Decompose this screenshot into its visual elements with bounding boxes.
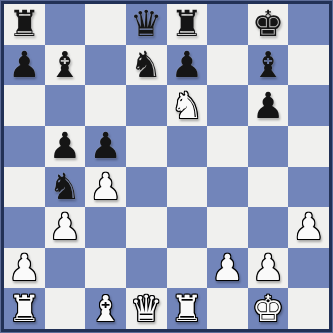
square-c2[interactable]	[85, 248, 126, 289]
square-d7[interactable]: ♞	[126, 45, 167, 86]
piece-white-rook[interactable]: ♜	[171, 291, 203, 327]
piece-black-rook[interactable]: ♜	[8, 6, 40, 42]
square-g4[interactable]	[248, 167, 289, 208]
square-b8[interactable]	[45, 4, 86, 45]
square-c3[interactable]	[85, 207, 126, 248]
square-d2[interactable]	[126, 248, 167, 289]
square-a2[interactable]: ♟	[4, 248, 45, 289]
square-b5[interactable]: ♟	[45, 126, 86, 167]
square-f6[interactable]	[207, 85, 248, 126]
square-h1[interactable]	[288, 288, 329, 329]
square-e4[interactable]	[167, 167, 208, 208]
piece-black-bishop[interactable]: ♝	[49, 47, 81, 83]
piece-black-king[interactable]: ♚	[252, 6, 284, 42]
square-g8[interactable]: ♚	[248, 4, 289, 45]
square-g3[interactable]	[248, 207, 289, 248]
piece-black-pawn[interactable]: ♟	[171, 47, 203, 83]
board-frame: ♜♛♜♚♟♝♞♟♝♞♟♟♟♞♟♟♟♟♟♟♜♝♛♜♚	[0, 0, 333, 333]
piece-white-pawn[interactable]: ♟	[211, 250, 243, 286]
square-b2[interactable]	[45, 248, 86, 289]
square-c6[interactable]	[85, 85, 126, 126]
square-b7[interactable]: ♝	[45, 45, 86, 86]
square-f1[interactable]	[207, 288, 248, 329]
square-d8[interactable]: ♛	[126, 4, 167, 45]
square-g1[interactable]: ♚	[248, 288, 289, 329]
square-c5[interactable]: ♟	[85, 126, 126, 167]
square-b1[interactable]	[45, 288, 86, 329]
square-e2[interactable]	[167, 248, 208, 289]
piece-white-bishop[interactable]: ♝	[89, 291, 121, 327]
square-h5[interactable]	[288, 126, 329, 167]
piece-black-knight[interactable]: ♞	[49, 169, 81, 205]
square-a5[interactable]	[4, 126, 45, 167]
square-d1[interactable]: ♛	[126, 288, 167, 329]
square-e6[interactable]: ♞	[167, 85, 208, 126]
piece-white-pawn[interactable]: ♟	[293, 209, 325, 245]
square-a6[interactable]	[4, 85, 45, 126]
piece-white-pawn[interactable]: ♟	[49, 209, 81, 245]
square-g6[interactable]: ♟	[248, 85, 289, 126]
square-h8[interactable]	[288, 4, 329, 45]
piece-white-pawn[interactable]: ♟	[89, 169, 121, 205]
square-h6[interactable]	[288, 85, 329, 126]
square-f4[interactable]	[207, 167, 248, 208]
square-e1[interactable]: ♜	[167, 288, 208, 329]
square-d6[interactable]	[126, 85, 167, 126]
piece-white-knight[interactable]: ♞	[171, 88, 203, 124]
square-c8[interactable]	[85, 4, 126, 45]
piece-white-queen[interactable]: ♛	[130, 291, 162, 327]
square-c4[interactable]: ♟	[85, 167, 126, 208]
piece-white-pawn[interactable]: ♟	[8, 250, 40, 286]
square-c7[interactable]	[85, 45, 126, 86]
square-e7[interactable]: ♟	[167, 45, 208, 86]
square-d4[interactable]	[126, 167, 167, 208]
piece-black-pawn[interactable]: ♟	[49, 128, 81, 164]
square-g5[interactable]	[248, 126, 289, 167]
square-e8[interactable]: ♜	[167, 4, 208, 45]
square-f3[interactable]	[207, 207, 248, 248]
chess-board: ♜♛♜♚♟♝♞♟♝♞♟♟♟♞♟♟♟♟♟♟♜♝♛♜♚	[4, 4, 329, 329]
piece-black-queen[interactable]: ♛	[130, 6, 162, 42]
square-c1[interactable]: ♝	[85, 288, 126, 329]
piece-black-pawn[interactable]: ♟	[8, 47, 40, 83]
piece-black-pawn[interactable]: ♟	[252, 88, 284, 124]
square-h3[interactable]: ♟	[288, 207, 329, 248]
square-e5[interactable]	[167, 126, 208, 167]
square-a8[interactable]: ♜	[4, 4, 45, 45]
square-h7[interactable]	[288, 45, 329, 86]
square-e3[interactable]	[167, 207, 208, 248]
piece-white-king[interactable]: ♚	[252, 291, 284, 327]
square-f8[interactable]	[207, 4, 248, 45]
square-h2[interactable]	[288, 248, 329, 289]
square-d3[interactable]	[126, 207, 167, 248]
square-g7[interactable]: ♝	[248, 45, 289, 86]
square-f7[interactable]	[207, 45, 248, 86]
square-h4[interactable]	[288, 167, 329, 208]
square-f5[interactable]	[207, 126, 248, 167]
square-b6[interactable]	[45, 85, 86, 126]
square-f2[interactable]: ♟	[207, 248, 248, 289]
square-a3[interactable]	[4, 207, 45, 248]
square-a4[interactable]	[4, 167, 45, 208]
square-d5[interactable]	[126, 126, 167, 167]
piece-black-bishop[interactable]: ♝	[252, 47, 284, 83]
square-b3[interactable]: ♟	[45, 207, 86, 248]
square-b4[interactable]: ♞	[45, 167, 86, 208]
piece-white-pawn[interactable]: ♟	[252, 250, 284, 286]
piece-white-rook[interactable]: ♜	[8, 291, 40, 327]
piece-black-pawn[interactable]: ♟	[89, 128, 121, 164]
square-a7[interactable]: ♟	[4, 45, 45, 86]
square-g2[interactable]: ♟	[248, 248, 289, 289]
piece-black-rook[interactable]: ♜	[171, 6, 203, 42]
piece-black-knight[interactable]: ♞	[130, 47, 162, 83]
square-a1[interactable]: ♜	[4, 288, 45, 329]
